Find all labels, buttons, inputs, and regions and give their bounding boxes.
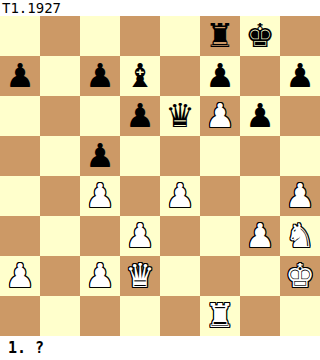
square-a3[interactable] xyxy=(0,216,40,256)
square-h6[interactable] xyxy=(280,96,320,136)
square-c7[interactable]: ♟ xyxy=(80,56,120,96)
white-pawn-piece: ♟ xyxy=(165,176,195,216)
square-c8[interactable] xyxy=(80,16,120,56)
square-b5[interactable] xyxy=(40,136,80,176)
square-d4[interactable] xyxy=(120,176,160,216)
square-d5[interactable] xyxy=(120,136,160,176)
square-g2[interactable] xyxy=(240,256,280,296)
black-bishop-piece: ♝ xyxy=(125,56,155,96)
square-f5[interactable] xyxy=(200,136,240,176)
square-e4[interactable]: ♟ xyxy=(160,176,200,216)
square-e6[interactable]: ♛ xyxy=(160,96,200,136)
square-f1[interactable]: ♜ xyxy=(200,296,240,336)
square-e8[interactable] xyxy=(160,16,200,56)
white-rook-piece: ♜ xyxy=(205,296,235,336)
move-prompt: 1. ? xyxy=(8,338,44,358)
square-d8[interactable] xyxy=(120,16,160,56)
square-g7[interactable] xyxy=(240,56,280,96)
white-king-piece: ♚ xyxy=(285,256,315,296)
square-a5[interactable] xyxy=(0,136,40,176)
square-b8[interactable] xyxy=(40,16,80,56)
black-queen-piece: ♛ xyxy=(165,96,195,136)
white-queen-piece: ♛ xyxy=(125,256,155,296)
square-c2[interactable]: ♟ xyxy=(80,256,120,296)
square-b6[interactable] xyxy=(40,96,80,136)
square-c6[interactable] xyxy=(80,96,120,136)
square-c4[interactable]: ♟ xyxy=(80,176,120,216)
square-a2[interactable]: ♟ xyxy=(0,256,40,296)
white-pawn-piece: ♟ xyxy=(85,256,115,296)
square-e2[interactable] xyxy=(160,256,200,296)
square-h1[interactable] xyxy=(280,296,320,336)
black-king-piece: ♚ xyxy=(245,16,275,56)
square-f8[interactable]: ♜ xyxy=(200,16,240,56)
square-f2[interactable] xyxy=(200,256,240,296)
square-g5[interactable] xyxy=(240,136,280,176)
square-c1[interactable] xyxy=(80,296,120,336)
white-pawn-piece: ♟ xyxy=(245,216,275,256)
square-a8[interactable] xyxy=(0,16,40,56)
square-g4[interactable] xyxy=(240,176,280,216)
black-pawn-piece: ♟ xyxy=(85,136,115,176)
square-h8[interactable] xyxy=(280,16,320,56)
square-b3[interactable] xyxy=(40,216,80,256)
square-c5[interactable]: ♟ xyxy=(80,136,120,176)
square-f4[interactable] xyxy=(200,176,240,216)
square-g1[interactable] xyxy=(240,296,280,336)
chess-board: ♜♚♟♟♝♟♟♟♛♟♟♟♟♟♟♟♟♞♟♟♛♚♜ xyxy=(0,16,320,336)
square-d7[interactable]: ♝ xyxy=(120,56,160,96)
white-pawn-piece: ♟ xyxy=(5,256,35,296)
black-pawn-piece: ♟ xyxy=(125,96,155,136)
square-e1[interactable] xyxy=(160,296,200,336)
square-g8[interactable]: ♚ xyxy=(240,16,280,56)
square-a6[interactable] xyxy=(0,96,40,136)
square-d6[interactable]: ♟ xyxy=(120,96,160,136)
square-h3[interactable]: ♞ xyxy=(280,216,320,256)
square-f7[interactable]: ♟ xyxy=(200,56,240,96)
black-pawn-piece: ♟ xyxy=(245,96,275,136)
black-pawn-piece: ♟ xyxy=(285,56,315,96)
black-pawn-piece: ♟ xyxy=(5,56,35,96)
square-e3[interactable] xyxy=(160,216,200,256)
square-a7[interactable]: ♟ xyxy=(0,56,40,96)
square-a1[interactable] xyxy=(0,296,40,336)
white-knight-piece: ♞ xyxy=(285,216,315,256)
square-d3[interactable]: ♟ xyxy=(120,216,160,256)
square-h5[interactable] xyxy=(280,136,320,176)
square-b4[interactable] xyxy=(40,176,80,216)
square-e5[interactable] xyxy=(160,136,200,176)
black-pawn-piece: ♟ xyxy=(205,56,235,96)
white-pawn-piece: ♟ xyxy=(85,176,115,216)
diagram-title: T1.1927 xyxy=(2,0,61,16)
square-c3[interactable] xyxy=(80,216,120,256)
square-e7[interactable] xyxy=(160,56,200,96)
square-b7[interactable] xyxy=(40,56,80,96)
square-a4[interactable] xyxy=(0,176,40,216)
square-d2[interactable]: ♛ xyxy=(120,256,160,296)
square-g3[interactable]: ♟ xyxy=(240,216,280,256)
white-pawn-piece: ♟ xyxy=(205,96,235,136)
square-h7[interactable]: ♟ xyxy=(280,56,320,96)
square-b1[interactable] xyxy=(40,296,80,336)
square-b2[interactable] xyxy=(40,256,80,296)
square-f6[interactable]: ♟ xyxy=(200,96,240,136)
black-rook-piece: ♜ xyxy=(205,16,235,56)
white-pawn-piece: ♟ xyxy=(285,176,315,216)
white-pawn-piece: ♟ xyxy=(125,216,155,256)
square-d1[interactable] xyxy=(120,296,160,336)
black-pawn-piece: ♟ xyxy=(85,56,115,96)
square-h4[interactable]: ♟ xyxy=(280,176,320,216)
square-g6[interactable]: ♟ xyxy=(240,96,280,136)
square-f3[interactable] xyxy=(200,216,240,256)
square-h2[interactable]: ♚ xyxy=(280,256,320,296)
